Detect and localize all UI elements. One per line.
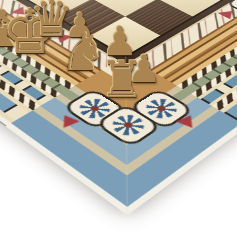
chess-board <box>0 0 237 215</box>
red-triangle-icon <box>63 115 79 128</box>
board-scene <box>0 0 237 237</box>
red-triangle-icon <box>175 115 192 128</box>
chessboard-photo: ♝♚♛♟♞♟♜♟ <box>0 0 237 237</box>
